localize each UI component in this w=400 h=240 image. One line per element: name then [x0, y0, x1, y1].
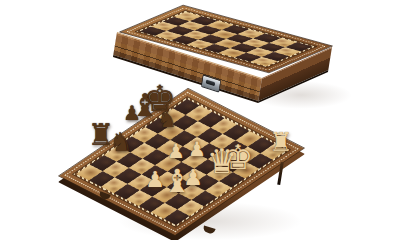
chess-piece-dark-pawn: ♟ [123, 106, 141, 121]
clasp-latch-icon [206, 79, 216, 86]
open-chess-board [58, 88, 305, 236]
board-foot [202, 225, 215, 234]
product-photo-scene: ♚♝♟♞♜♞♜♟♟♚♛♟♟♝ [0, 0, 400, 240]
box-clasp [201, 74, 221, 92]
rope-inlay-border [73, 97, 290, 227]
